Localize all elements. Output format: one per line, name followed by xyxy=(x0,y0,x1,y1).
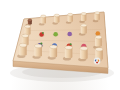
brand-logo-sticker xyxy=(94,58,101,65)
memory-board xyxy=(0,0,120,90)
scene xyxy=(0,0,120,90)
